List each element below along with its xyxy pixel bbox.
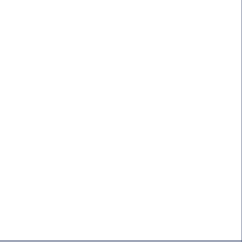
chess-board bbox=[0, 0, 242, 242]
